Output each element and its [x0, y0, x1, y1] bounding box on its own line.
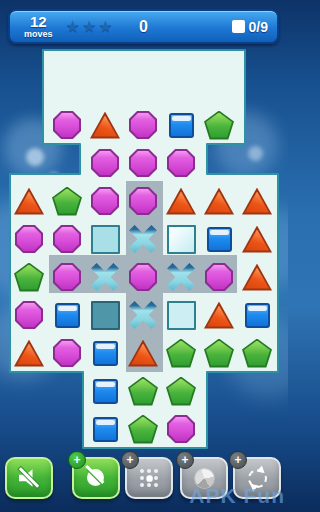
board-cell — [48, 410, 86, 448]
piece-triangle[interactable] — [14, 188, 44, 215]
board-cell — [10, 106, 48, 144]
board-cell — [162, 144, 200, 182]
board-cell — [124, 258, 162, 296]
board-cell — [162, 372, 200, 410]
board-cell — [10, 220, 48, 258]
board-cell — [48, 106, 86, 144]
piece-octagon[interactable] — [167, 415, 195, 443]
piece-cross[interactable] — [91, 263, 119, 291]
board-cell — [48, 334, 86, 372]
board-cell — [86, 296, 124, 334]
piece-octagon[interactable] — [53, 111, 81, 139]
board-cell — [86, 182, 124, 220]
board-cell — [48, 258, 86, 296]
board-cell — [124, 182, 162, 220]
piece-triangle[interactable] — [242, 264, 272, 291]
board-cell — [200, 296, 238, 334]
piece-triangle[interactable] — [166, 188, 196, 215]
board-cell — [200, 220, 238, 258]
board-cell — [10, 258, 48, 296]
board-cell — [162, 182, 200, 220]
muted-speaker-icon — [17, 467, 41, 489]
piece-square[interactable] — [93, 417, 118, 442]
powerup-dots-button[interactable]: + — [125, 457, 173, 499]
piece-octagon[interactable] — [15, 301, 43, 329]
piece-octagon[interactable] — [129, 187, 157, 215]
board-cell — [200, 334, 238, 372]
piece-triangle[interactable] — [204, 302, 234, 329]
board-cell — [86, 106, 124, 144]
sound-button[interactable] — [5, 457, 53, 499]
board-cell — [124, 296, 162, 334]
board-cell — [238, 334, 276, 372]
piece-ice-square[interactable] — [91, 301, 120, 330]
piece-pentagon[interactable] — [204, 339, 234, 368]
shuffle-icon — [248, 469, 267, 488]
plus-badge: + — [176, 451, 194, 469]
piece-octagon[interactable] — [129, 149, 157, 177]
piece-square[interactable] — [93, 341, 118, 366]
plus-badge: + — [229, 451, 247, 469]
board-cell — [124, 410, 162, 448]
board-cell — [124, 334, 162, 372]
board-cell — [162, 334, 200, 372]
plus-badge: + — [121, 451, 139, 469]
board-cell — [124, 372, 162, 410]
powerup-pie-button[interactable]: + — [180, 457, 228, 499]
board-cell — [124, 106, 162, 144]
piece-octagon[interactable] — [129, 111, 157, 139]
piece-pentagon[interactable] — [128, 415, 158, 444]
piece-octagon[interactable] — [91, 149, 119, 177]
objective-count: 0/9 — [249, 19, 268, 35]
piece-triangle[interactable] — [90, 112, 120, 139]
piece-octagon[interactable] — [129, 263, 157, 291]
piece-cross[interactable] — [129, 225, 157, 253]
piece-pentagon[interactable] — [166, 339, 196, 368]
board-cell — [124, 220, 162, 258]
board-cell — [200, 372, 238, 410]
piece-cross[interactable] — [129, 301, 157, 329]
board-cell — [238, 182, 276, 220]
board-cell — [200, 106, 238, 144]
board-cell — [48, 372, 86, 410]
board-grid — [10, 106, 276, 448]
piece-octagon[interactable] — [91, 187, 119, 215]
board-cell — [86, 144, 124, 182]
board-cell — [86, 220, 124, 258]
dots-grid-icon — [140, 469, 159, 488]
board-cell — [86, 372, 124, 410]
board-cell — [10, 182, 48, 220]
board-cell — [238, 410, 276, 448]
piece-octagon[interactable] — [167, 149, 195, 177]
board-cell — [162, 106, 200, 144]
piece-pentagon[interactable] — [14, 263, 44, 292]
board-cell — [238, 220, 276, 258]
piece-octagon[interactable] — [53, 339, 81, 367]
powerup-shuffle-button[interactable]: + — [233, 457, 281, 499]
board-cell — [10, 296, 48, 334]
board-cell — [162, 220, 200, 258]
board-cell — [238, 106, 276, 144]
board-cell — [238, 144, 276, 182]
piece-cross[interactable] — [167, 263, 195, 291]
piece-octagon[interactable] — [205, 263, 233, 291]
board-cell — [48, 220, 86, 258]
board-cell — [238, 258, 276, 296]
objective-counter: 0/9 — [232, 19, 268, 35]
board-cell — [86, 334, 124, 372]
piece-pentagon[interactable] — [204, 111, 234, 140]
piece-octagon[interactable] — [53, 225, 81, 253]
powerup-remove-button[interactable]: + — [72, 457, 120, 499]
piece-triangle[interactable] — [242, 226, 272, 253]
board-cell — [48, 144, 86, 182]
board-cell — [162, 296, 200, 334]
piece-triangle[interactable] — [128, 340, 158, 367]
piece-pentagon[interactable] — [52, 187, 82, 216]
board-cell — [238, 296, 276, 334]
board-cell — [10, 144, 48, 182]
board-cell — [200, 258, 238, 296]
piece-square[interactable] — [169, 113, 194, 138]
piece-ice-square[interactable] — [167, 301, 196, 330]
plus-badge: + — [68, 451, 86, 469]
piece-ice-square[interactable] — [91, 225, 120, 254]
board-cell — [162, 410, 200, 448]
piece-square[interactable] — [207, 227, 232, 252]
board-cell — [48, 182, 86, 220]
board-cell — [10, 334, 48, 372]
hud-bar: 12 moves ★★★ 0 0/9 — [8, 9, 279, 44]
piece-ice-square[interactable] — [167, 225, 196, 254]
piece-octagon[interactable] — [15, 225, 43, 253]
board-cell — [48, 296, 86, 334]
board-cell — [86, 258, 124, 296]
board-cell — [200, 410, 238, 448]
board-cell — [200, 144, 238, 182]
piece-triangle[interactable] — [242, 188, 272, 215]
board-cell — [10, 372, 48, 410]
piece-square[interactable] — [93, 379, 118, 404]
piece-octagon[interactable] — [53, 263, 81, 291]
pie-chart-icon — [195, 469, 214, 488]
board-cell — [200, 182, 238, 220]
piece-pentagon[interactable] — [242, 339, 272, 368]
board-cell — [162, 258, 200, 296]
piece-square[interactable] — [245, 303, 270, 328]
board-cell — [124, 144, 162, 182]
piece-pentagon[interactable] — [166, 377, 196, 406]
piece-square[interactable] — [55, 303, 80, 328]
board-cell — [238, 372, 276, 410]
board-cell — [10, 410, 48, 448]
board-cell — [86, 410, 124, 448]
piece-triangle[interactable] — [204, 188, 234, 215]
piece-pentagon[interactable] — [128, 377, 158, 406]
square-objective-icon — [232, 20, 245, 33]
slashed-ball-icon — [84, 467, 108, 489]
piece-triangle[interactable] — [14, 340, 44, 367]
